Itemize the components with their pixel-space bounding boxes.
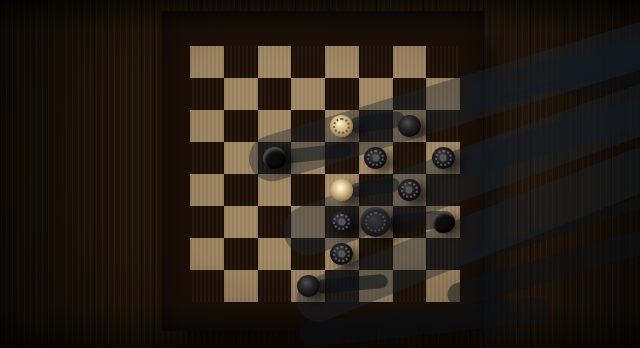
square-r2c0[interactable]	[190, 110, 224, 142]
piece-center-hub	[406, 187, 412, 193]
square-r3c6[interactable]	[393, 142, 427, 174]
square-r1c0[interactable]	[190, 78, 224, 110]
black-checker-piece-r3c5[interactable]	[364, 147, 387, 169]
square-r7c6[interactable]	[393, 270, 427, 302]
square-r4c1[interactable]	[224, 174, 258, 206]
black-checker-piece-r2c6[interactable]	[398, 115, 421, 137]
square-r6c5[interactable]	[359, 238, 393, 270]
black-checker-piece-r3c7[interactable]	[432, 147, 455, 169]
square-r0c2[interactable]	[258, 46, 292, 78]
square-r3c3[interactable]	[291, 142, 325, 174]
square-r1c6[interactable]	[393, 78, 427, 110]
square-r6c7[interactable]	[426, 238, 460, 270]
square-r2c5[interactable]	[359, 110, 393, 142]
square-r0c3[interactable]	[291, 46, 325, 78]
black-checker-piece-r7c3[interactable]	[297, 275, 320, 297]
square-r5c6[interactable]	[393, 206, 427, 238]
square-r6c1[interactable]	[224, 238, 258, 270]
square-r6c3[interactable]	[291, 238, 325, 270]
piece-center-hub	[339, 219, 345, 225]
black-checker-piece-r5c5[interactable]	[360, 207, 391, 237]
board-frame	[162, 11, 483, 331]
square-r4c3[interactable]	[291, 174, 325, 206]
black-checker-piece-r4c6[interactable]	[398, 179, 421, 201]
square-r7c7[interactable]	[426, 270, 460, 302]
piece-center-hub	[373, 155, 379, 161]
piece-center-hub	[440, 155, 446, 161]
square-r0c6[interactable]	[393, 46, 427, 78]
square-r3c4[interactable]	[325, 142, 359, 174]
square-r5c2[interactable]	[258, 206, 292, 238]
square-r1c3[interactable]	[291, 78, 325, 110]
square-r2c7[interactable]	[426, 110, 460, 142]
square-r2c1[interactable]	[224, 110, 258, 142]
square-r7c4[interactable]	[325, 270, 359, 302]
square-r1c5[interactable]	[359, 78, 393, 110]
square-r2c2[interactable]	[258, 110, 292, 142]
square-r5c0[interactable]	[190, 206, 224, 238]
square-r0c1[interactable]	[224, 46, 258, 78]
square-r0c0[interactable]	[190, 46, 224, 78]
square-r4c0[interactable]	[190, 174, 224, 206]
square-r6c2[interactable]	[258, 238, 292, 270]
square-r0c7[interactable]	[426, 46, 460, 78]
square-r0c5[interactable]	[359, 46, 393, 78]
square-r1c2[interactable]	[258, 78, 292, 110]
square-r7c2[interactable]	[258, 270, 292, 302]
square-r1c4[interactable]	[325, 78, 359, 110]
square-r0c4[interactable]	[325, 46, 359, 78]
piece-ridge-ring	[333, 118, 350, 134]
square-r7c5[interactable]	[359, 270, 393, 302]
square-r1c7[interactable]	[426, 78, 460, 110]
square-r4c5[interactable]	[359, 174, 393, 206]
scene	[0, 0, 640, 348]
square-r1c1[interactable]	[224, 78, 258, 110]
square-r3c0[interactable]	[190, 142, 224, 174]
piece-center-hub	[339, 251, 345, 257]
square-r3c1[interactable]	[224, 142, 258, 174]
square-r6c0[interactable]	[190, 238, 224, 270]
square-r4c7[interactable]	[426, 174, 460, 206]
piece-ridge-ring	[365, 212, 386, 232]
square-r2c3[interactable]	[291, 110, 325, 142]
square-r5c1[interactable]	[224, 206, 258, 238]
black-checker-piece-r5c7[interactable]	[432, 211, 455, 233]
checkers-board	[190, 46, 460, 302]
square-r7c1[interactable]	[224, 270, 258, 302]
square-r7c0[interactable]	[190, 270, 224, 302]
square-r6c6[interactable]	[393, 238, 427, 270]
black-checker-piece-r3c2[interactable]	[263, 147, 286, 169]
square-r4c2[interactable]	[258, 174, 292, 206]
square-r5c3[interactable]	[291, 206, 325, 238]
